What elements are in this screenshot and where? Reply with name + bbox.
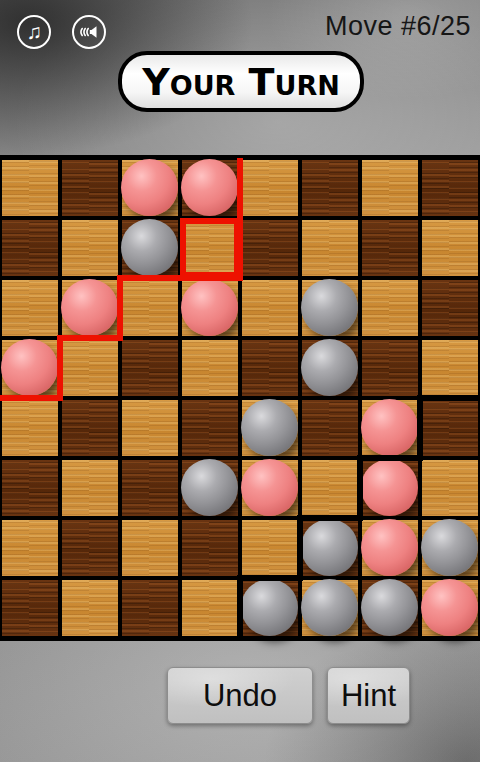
board-cell-r2c5[interactable]	[300, 278, 360, 338]
board	[0, 155, 480, 641]
speaker-icon	[78, 21, 100, 43]
gray-ball[interactable]	[421, 519, 478, 576]
board-cell-r5c1[interactable]	[60, 458, 120, 518]
pink-ball[interactable]	[361, 399, 418, 456]
board-cell-r7c4[interactable]	[240, 578, 300, 638]
board-cell-r1c2[interactable]	[120, 218, 180, 278]
board-cell-r4c1[interactable]	[60, 398, 120, 458]
board-cell-r5c5[interactable]	[300, 458, 360, 518]
pink-ball[interactable]	[181, 279, 238, 336]
board-cell-r3c4[interactable]	[240, 338, 300, 398]
board-cell-r5c3[interactable]	[180, 458, 240, 518]
gray-ball[interactable]	[121, 219, 178, 276]
board-cell-r0c3[interactable]	[180, 158, 240, 218]
pink-ball[interactable]	[241, 459, 298, 516]
board-cell-r6c5[interactable]	[300, 518, 360, 578]
app-screen: ♫ Move #6/25 Your Turn Undo Hint	[0, 0, 480, 762]
board-cell-r0c4[interactable]	[240, 158, 300, 218]
board-cell-r2c7[interactable]	[420, 278, 480, 338]
hint-button[interactable]: Hint	[327, 667, 410, 724]
board-cell-r4c3[interactable]	[180, 398, 240, 458]
board-cell-r0c1[interactable]	[60, 158, 120, 218]
sound-toggle-button[interactable]	[72, 15, 106, 49]
board-cell-r7c3[interactable]	[180, 578, 240, 638]
music-note-icon: ♫	[26, 21, 42, 42]
board-cell-r0c7[interactable]	[420, 158, 480, 218]
board-cell-r7c7[interactable]	[420, 578, 480, 638]
board-cell-r2c3[interactable]	[180, 278, 240, 338]
pink-ball[interactable]	[121, 159, 178, 216]
board-cell-r2c1[interactable]	[60, 278, 120, 338]
pink-ball[interactable]	[61, 279, 118, 336]
move-counter: Move #6/25	[325, 11, 471, 42]
board-cell-r4c4[interactable]	[240, 398, 300, 458]
board-cell-r6c4[interactable]	[240, 518, 300, 578]
board-cell-r0c2[interactable]	[120, 158, 180, 218]
board-cell-r4c2[interactable]	[120, 398, 180, 458]
board-cell-r2c6[interactable]	[360, 278, 420, 338]
board-cell-r3c7[interactable]	[420, 338, 480, 398]
gray-ball[interactable]	[361, 579, 418, 636]
gray-ball[interactable]	[241, 579, 298, 636]
board-cell-r0c6[interactable]	[360, 158, 420, 218]
board-cell-r6c7[interactable]	[420, 518, 480, 578]
board-cell-r6c2[interactable]	[120, 518, 180, 578]
board-cell-r2c4[interactable]	[240, 278, 300, 338]
board-cell-r7c2[interactable]	[120, 578, 180, 638]
board-cell-r2c0[interactable]	[0, 278, 60, 338]
board-cell-r4c5[interactable]	[300, 398, 360, 458]
turn-banner: Your Turn	[118, 51, 364, 112]
board-cell-r1c7[interactable]	[420, 218, 480, 278]
board-cell-r4c6[interactable]	[360, 398, 420, 458]
gray-ball[interactable]	[181, 459, 238, 516]
board-cell-r1c4[interactable]	[240, 218, 300, 278]
music-toggle-button[interactable]: ♫	[17, 15, 51, 49]
board-cell-r1c6[interactable]	[360, 218, 420, 278]
board-cell-r7c6[interactable]	[360, 578, 420, 638]
pink-ball[interactable]	[181, 159, 238, 216]
board-cell-r5c0[interactable]	[0, 458, 60, 518]
board-cell-r5c6[interactable]	[360, 458, 420, 518]
board-cell-r5c2[interactable]	[120, 458, 180, 518]
board-cell-r1c3[interactable]	[180, 218, 240, 278]
board-cell-r3c3[interactable]	[180, 338, 240, 398]
gray-ball[interactable]	[301, 339, 358, 396]
pink-ball[interactable]	[1, 339, 58, 396]
board-cell-r3c0[interactable]	[0, 338, 60, 398]
board-cell-r0c5[interactable]	[300, 158, 360, 218]
board-cell-r6c0[interactable]	[0, 518, 60, 578]
board-cell-r1c1[interactable]	[60, 218, 120, 278]
gray-ball[interactable]	[301, 579, 358, 636]
hint-button-label: Hint	[341, 678, 396, 714]
board-cell-r0c0[interactable]	[0, 158, 60, 218]
board-cell-r6c6[interactable]	[360, 518, 420, 578]
undo-button[interactable]: Undo	[167, 667, 313, 724]
board-cell-r7c5[interactable]	[300, 578, 360, 638]
gray-ball[interactable]	[301, 279, 358, 336]
board-cell-r3c5[interactable]	[300, 338, 360, 398]
board-cell-r4c0[interactable]	[0, 398, 60, 458]
board-cell-r6c1[interactable]	[60, 518, 120, 578]
board-cell-r3c6[interactable]	[360, 338, 420, 398]
board-cell-r7c0[interactable]	[0, 578, 60, 638]
board-cell-r1c5[interactable]	[300, 218, 360, 278]
board-cell-r6c3[interactable]	[180, 518, 240, 578]
gray-ball[interactable]	[241, 399, 298, 456]
board-cell-r5c7[interactable]	[420, 458, 480, 518]
board-cell-r7c1[interactable]	[60, 578, 120, 638]
undo-button-label: Undo	[203, 678, 277, 714]
pink-ball[interactable]	[361, 459, 418, 516]
board-cell-r2c2[interactable]	[120, 278, 180, 338]
pink-ball[interactable]	[361, 519, 418, 576]
pink-ball[interactable]	[421, 579, 478, 636]
board-cell-r3c2[interactable]	[120, 338, 180, 398]
board-cell-r1c0[interactable]	[0, 218, 60, 278]
board-cell-r5c4[interactable]	[240, 458, 300, 518]
gray-ball[interactable]	[301, 519, 358, 576]
board-cell-r4c7[interactable]	[420, 398, 480, 458]
board-cell-r3c1[interactable]	[60, 338, 120, 398]
turn-banner-label: Your Turn	[142, 60, 340, 104]
